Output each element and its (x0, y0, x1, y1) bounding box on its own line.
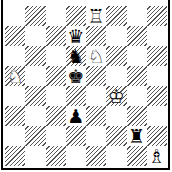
square-c3[interactable] (46, 106, 66, 126)
square-b2[interactable] (25, 126, 45, 146)
square-d8[interactable] (66, 6, 86, 26)
square-a3[interactable] (5, 106, 25, 126)
square-f4[interactable]: ♚♔ (106, 86, 126, 106)
square-h4[interactable] (147, 86, 167, 106)
square-b3[interactable] (25, 106, 45, 126)
piece-black-rook[interactable]: ♜ (127, 126, 147, 146)
square-h5[interactable] (147, 66, 167, 86)
square-h6[interactable] (147, 46, 167, 66)
square-g5[interactable] (127, 66, 147, 86)
piece-white-knight[interactable]: ♞♘ (5, 66, 25, 86)
square-h8[interactable] (147, 6, 167, 26)
square-e4[interactable] (86, 86, 106, 106)
square-d2[interactable] (66, 126, 86, 146)
square-c7[interactable] (46, 26, 66, 46)
square-e1[interactable] (86, 146, 106, 166)
square-g6[interactable] (127, 46, 147, 66)
square-f5[interactable] (106, 66, 126, 86)
square-a5[interactable]: ♞♘ (5, 66, 25, 86)
square-e5[interactable] (86, 66, 106, 86)
square-c2[interactable] (46, 126, 66, 146)
square-b5[interactable] (25, 66, 45, 86)
square-g4[interactable] (127, 86, 147, 106)
square-b1[interactable] (25, 146, 45, 166)
square-e6[interactable]: ♞♘ (86, 46, 106, 66)
square-d1[interactable] (66, 146, 86, 166)
square-f6[interactable] (106, 46, 126, 66)
square-c8[interactable] (46, 6, 66, 26)
square-d5[interactable]: ♚ (66, 66, 86, 86)
piece-black-king[interactable]: ♚ (66, 66, 86, 86)
square-a8[interactable] (5, 6, 25, 26)
square-e7[interactable] (86, 26, 106, 46)
square-e8[interactable]: ♜♖ (86, 6, 106, 26)
square-h7[interactable] (147, 26, 167, 46)
square-f8[interactable] (106, 6, 126, 26)
square-d6[interactable]: ♞ (66, 46, 86, 66)
square-g1[interactable] (127, 146, 147, 166)
piece-white-king[interactable]: ♚♔ (106, 86, 126, 106)
square-g8[interactable] (127, 6, 147, 26)
square-f3[interactable] (106, 106, 126, 126)
chess-board: ♜♖♛♞♞♘♞♘♚♚♔♟♜♝♗ (5, 6, 167, 166)
square-g3[interactable] (127, 106, 147, 126)
square-h3[interactable] (147, 106, 167, 126)
square-a2[interactable] (5, 126, 25, 146)
square-d3[interactable]: ♟ (66, 106, 86, 126)
square-a6[interactable] (5, 46, 25, 66)
square-b7[interactable] (25, 26, 45, 46)
piece-black-knight[interactable]: ♞ (66, 46, 86, 66)
square-b8[interactable] (25, 6, 45, 26)
square-b6[interactable] (25, 46, 45, 66)
chess-diagram: ♜♖♛♞♞♘♞♘♚♚♔♟♜♝♗ (0, 0, 172, 172)
square-e3[interactable] (86, 106, 106, 126)
square-a4[interactable] (5, 86, 25, 106)
square-c4[interactable] (46, 86, 66, 106)
piece-black-pawn[interactable]: ♟ (66, 106, 86, 126)
square-h2[interactable] (147, 126, 167, 146)
square-g7[interactable] (127, 26, 147, 46)
piece-white-knight[interactable]: ♞♘ (86, 46, 106, 66)
square-c1[interactable] (46, 146, 66, 166)
piece-white-bishop[interactable]: ♝♗ (147, 146, 167, 166)
square-a7[interactable] (5, 26, 25, 46)
square-f1[interactable] (106, 146, 126, 166)
square-d4[interactable] (66, 86, 86, 106)
square-e2[interactable] (86, 126, 106, 146)
square-c6[interactable] (46, 46, 66, 66)
square-g2[interactable]: ♜ (127, 126, 147, 146)
square-c5[interactable] (46, 66, 66, 86)
square-d7[interactable]: ♛ (66, 26, 86, 46)
square-f2[interactable] (106, 126, 126, 146)
piece-white-rook[interactable]: ♜♖ (86, 6, 106, 26)
square-a1[interactable] (5, 146, 25, 166)
square-f7[interactable] (106, 26, 126, 46)
piece-black-queen[interactable]: ♛ (66, 26, 86, 46)
square-b4[interactable] (25, 86, 45, 106)
square-h1[interactable]: ♝♗ (147, 146, 167, 166)
